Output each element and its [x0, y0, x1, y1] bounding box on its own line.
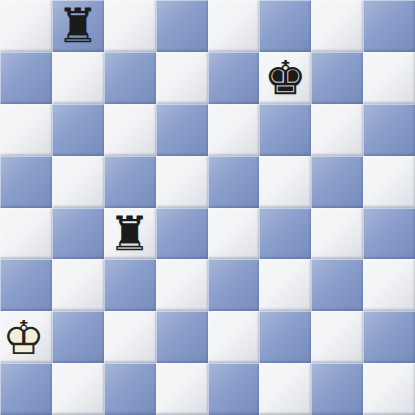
square-d4[interactable]	[156, 208, 208, 260]
square-g2[interactable]	[311, 311, 363, 363]
square-e4[interactable]	[208, 208, 260, 260]
chess-board-container: ♜♚♜♚♔	[0, 0, 415, 415]
square-b7[interactable]	[52, 52, 104, 104]
square-b4[interactable]	[52, 208, 104, 260]
square-f2[interactable]	[259, 311, 311, 363]
square-c1[interactable]	[104, 363, 156, 415]
square-d7[interactable]	[156, 52, 208, 104]
square-e7[interactable]	[208, 52, 260, 104]
square-e8[interactable]	[208, 0, 260, 52]
square-c8[interactable]	[104, 0, 156, 52]
square-h7[interactable]	[363, 52, 415, 104]
square-g8[interactable]	[311, 0, 363, 52]
square-d6[interactable]	[156, 104, 208, 156]
square-g1[interactable]	[311, 363, 363, 415]
square-h6[interactable]	[363, 104, 415, 156]
square-b1[interactable]	[52, 363, 104, 415]
square-b6[interactable]	[52, 104, 104, 156]
square-f4[interactable]	[259, 208, 311, 260]
square-g4[interactable]	[311, 208, 363, 260]
square-g6[interactable]	[311, 104, 363, 156]
square-a5[interactable]	[0, 156, 52, 208]
square-a8[interactable]	[0, 0, 52, 52]
white-king-a2[interactable]: ♚♔	[2, 314, 49, 361]
square-b5[interactable]	[52, 156, 104, 208]
square-h1[interactable]	[363, 363, 415, 415]
square-f7[interactable]: ♚	[259, 52, 311, 104]
square-a7[interactable]	[0, 52, 52, 104]
square-h8[interactable]	[363, 0, 415, 52]
square-a1[interactable]	[0, 363, 52, 415]
square-d5[interactable]	[156, 156, 208, 208]
square-f8[interactable]	[259, 0, 311, 52]
square-h3[interactable]	[363, 259, 415, 311]
square-d1[interactable]	[156, 363, 208, 415]
black-rook-b8[interactable]: ♜	[57, 2, 99, 49]
chess-board: ♜♚♜♚♔	[0, 0, 415, 415]
square-d3[interactable]	[156, 259, 208, 311]
square-h2[interactable]	[363, 311, 415, 363]
square-b3[interactable]	[52, 259, 104, 311]
square-f6[interactable]	[259, 104, 311, 156]
square-f1[interactable]	[259, 363, 311, 415]
black-rook-c4[interactable]: ♜	[109, 210, 151, 257]
black-king-f7[interactable]: ♚	[264, 54, 306, 101]
square-c6[interactable]	[104, 104, 156, 156]
square-e6[interactable]	[208, 104, 260, 156]
square-g7[interactable]	[311, 52, 363, 104]
square-h5[interactable]	[363, 156, 415, 208]
white-king-outline-glyph: ♔	[2, 314, 44, 361]
square-b8[interactable]: ♜	[52, 0, 104, 52]
square-c3[interactable]	[104, 259, 156, 311]
square-d2[interactable]	[156, 311, 208, 363]
square-a2[interactable]: ♚♔	[0, 311, 52, 363]
square-d8[interactable]	[156, 0, 208, 52]
square-g5[interactable]	[311, 156, 363, 208]
square-h4[interactable]	[363, 208, 415, 260]
square-e2[interactable]	[208, 311, 260, 363]
square-c2[interactable]	[104, 311, 156, 363]
square-g3[interactable]	[311, 259, 363, 311]
square-a3[interactable]	[0, 259, 52, 311]
square-a4[interactable]	[0, 208, 52, 260]
square-e1[interactable]	[208, 363, 260, 415]
square-c4[interactable]: ♜	[104, 208, 156, 260]
square-c5[interactable]	[104, 156, 156, 208]
square-e5[interactable]	[208, 156, 260, 208]
square-e3[interactable]	[208, 259, 260, 311]
square-a6[interactable]	[0, 104, 52, 156]
square-b2[interactable]	[52, 311, 104, 363]
square-f3[interactable]	[259, 259, 311, 311]
square-f5[interactable]	[259, 156, 311, 208]
square-c7[interactable]	[104, 52, 156, 104]
